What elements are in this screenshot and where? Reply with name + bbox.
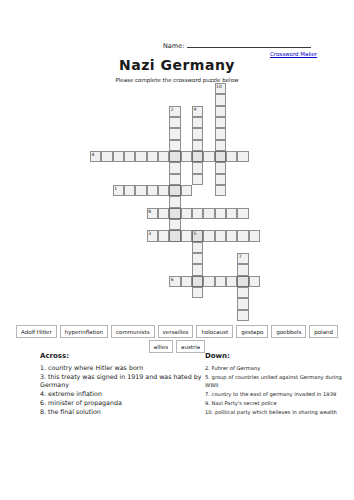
crossword-cell [158, 208, 169, 219]
crossword-cell [249, 276, 260, 287]
crossword-cell [203, 208, 214, 219]
crossword-cell: 2 [169, 106, 180, 117]
crossword-cell [169, 219, 180, 230]
crossword-cell [215, 230, 226, 241]
crossword-grid: 12354678910 [90, 83, 260, 321]
clue-item-across-3: 3. this treaty was signed in 1919 and wa… [40, 373, 208, 390]
clue-number: 8 [148, 209, 151, 214]
crossword-cell [169, 162, 180, 173]
crossword-cell [237, 208, 248, 219]
clue-number: 1 [114, 186, 117, 191]
crossword-cell [226, 151, 237, 162]
crossword-cell [192, 117, 203, 128]
clue-item-across-4: 4. extreme inflation [40, 390, 208, 399]
crossword-cell [215, 140, 226, 151]
crossword-cell: 10 [215, 83, 226, 94]
crossword-cell [169, 128, 180, 139]
crossword-cell: 3 [147, 230, 158, 241]
crossword-cell [147, 151, 158, 162]
crossword-cell [124, 185, 135, 196]
crossword-cell [192, 242, 203, 253]
clue-number: 2 [171, 107, 174, 112]
crossword-cell: 8 [147, 208, 158, 219]
crossword-cell: 9 [192, 106, 203, 117]
name-line [187, 41, 311, 48]
clue-number: 10 [216, 84, 222, 89]
clue-item-down-9: 9. Nazi Party's secret police [205, 399, 345, 408]
crossword-cell [192, 162, 203, 173]
crossword-cell [237, 230, 248, 241]
across-clue-list: 1. country where Hitler was born3. this … [40, 364, 208, 416]
word-bank-item: Adolf Hitler [16, 325, 57, 338]
clue-number: 7 [239, 254, 242, 259]
word-bank-item: gestapo [236, 325, 268, 338]
clue-number: 5 [193, 231, 196, 236]
clue-item-down-10: 10. political party which believes in sh… [205, 408, 345, 417]
crossword-cell: 4 [90, 151, 101, 162]
crossword-cell [237, 310, 248, 321]
word-bank-item: hyperinflation [60, 325, 108, 338]
crossword-cell [215, 276, 226, 287]
crossword-cell [135, 185, 146, 196]
crossword-cell [237, 287, 248, 298]
down-clue-list: 2. Fuhrer of Germany5. group of countrie… [205, 364, 345, 416]
crossword-cell [169, 151, 180, 162]
crossword-cell: 5 [192, 230, 203, 241]
crossword-cell [158, 151, 169, 162]
crossword-cell [226, 230, 237, 241]
crossword-cell [147, 185, 158, 196]
crossword-cell [192, 151, 203, 162]
crossword-cell [158, 230, 169, 241]
crossword-cell [215, 151, 226, 162]
crossword-cell [203, 230, 214, 241]
crossword-cell [215, 117, 226, 128]
clue-item-across-6: 6. minister of propaganda [40, 399, 208, 408]
crossword-cell [181, 151, 192, 162]
crossword-cell [169, 117, 180, 128]
crossword-cell [203, 151, 214, 162]
word-bank-item: allies [149, 340, 173, 353]
crossword-cell [192, 276, 203, 287]
word-bank-item: goebbels [271, 325, 306, 338]
crossword-cell [169, 174, 180, 185]
crossword-cell [135, 151, 146, 162]
crossword-cell [215, 208, 226, 219]
clue-item-across-1: 1. country where Hitler was born [40, 364, 208, 373]
clue-item-down-5: 5. group of countries united against Ger… [205, 373, 345, 390]
clue-number: 3 [148, 231, 151, 236]
crossword-cell [215, 94, 226, 105]
name-row: Name: [163, 41, 311, 50]
clue-number: 9 [193, 107, 196, 112]
crossword-cell [215, 174, 226, 185]
worksheet-page: Name: Crossword Maker Nazi Germany Pleas… [0, 0, 354, 500]
crossword-cell [215, 106, 226, 117]
crossword-cell [226, 276, 237, 287]
crossword-cell [226, 208, 237, 219]
name-label: Name: [163, 42, 184, 50]
crossword-cell [192, 128, 203, 139]
crossword-cell [192, 264, 203, 275]
crossword-cell [192, 140, 203, 151]
crossword-cell [192, 287, 203, 298]
word-bank-item: austria [176, 340, 205, 353]
clue-item-across-8: 8. the final solution [40, 408, 208, 417]
crossword-cell [215, 128, 226, 139]
crossword-cell [215, 185, 226, 196]
word-bank-item: poland [309, 325, 338, 338]
clue-number: 6 [171, 277, 174, 282]
crossword-cell [237, 276, 248, 287]
crossword-cell: 6 [169, 276, 180, 287]
crossword-cell [237, 151, 248, 162]
clue-item-down-2: 2. Fuhrer of Germany [205, 364, 345, 373]
crossword-cell [169, 185, 180, 196]
crossword-cell [158, 185, 169, 196]
crossword-cell [181, 276, 192, 287]
crossword-cell [203, 276, 214, 287]
page-title: Nazi Germany [0, 57, 354, 73]
crossword-cell [124, 151, 135, 162]
clue-number: 4 [92, 152, 95, 157]
word-bank-item: versailles [158, 325, 194, 338]
crossword-cell [101, 151, 112, 162]
crossword-cell [215, 162, 226, 173]
crossword-cell [181, 185, 192, 196]
clue-item-down-7: 7. country to the east of germany invade… [205, 390, 345, 399]
crossword-cell [192, 208, 203, 219]
crossword-cell [169, 208, 180, 219]
crossword-cell [181, 230, 192, 241]
crossword-cell [192, 174, 203, 185]
crossword-cell [169, 140, 180, 151]
crossword-cell [181, 208, 192, 219]
crossword-cell [169, 230, 180, 241]
word-bank-row-1: Adolf Hitlerhyperinflationcommunistsvers… [0, 325, 354, 338]
crossword-cell [249, 230, 260, 241]
word-bank-item: communists [111, 325, 155, 338]
crossword-cell [113, 151, 124, 162]
crossword-cell [237, 264, 248, 275]
crossword-cell: 7 [237, 253, 248, 264]
across-heading: Across: [40, 352, 69, 360]
crossword-cell [169, 196, 180, 207]
down-heading: Down: [205, 352, 230, 360]
word-bank-item: holocaust [196, 325, 233, 338]
crossword-cell: 1 [113, 185, 124, 196]
crossword-cell [192, 253, 203, 264]
crossword-cell [237, 298, 248, 309]
